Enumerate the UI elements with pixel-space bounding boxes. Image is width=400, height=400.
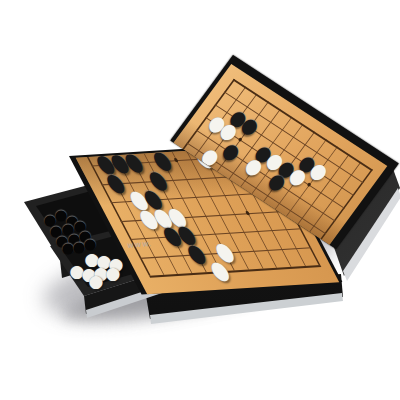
tray-white-stone[interactable]: ●	[89, 273, 104, 290]
product-photo-go-set: ●●●●●●●●●●●●●●●●●●●● ●●●●●●●●●●●●●●●●● ●…	[0, 0, 400, 400]
tray-white-stone[interactable]: ●	[106, 265, 121, 282]
star-point	[245, 210, 250, 214]
photo-watermark: www.	[127, 239, 153, 250]
grid-line	[149, 265, 321, 277]
